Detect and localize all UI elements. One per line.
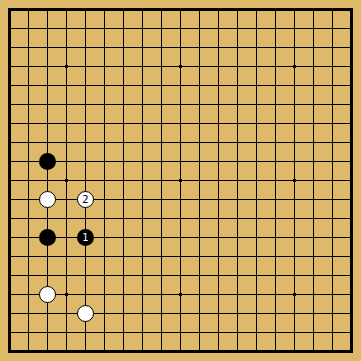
- stone-white-e3: [77, 305, 94, 322]
- stone-white-e9-move-2: 2: [77, 191, 94, 208]
- stone-black-e7-move-1: 1: [77, 229, 94, 246]
- stone-black-c7: [39, 229, 56, 246]
- go-board[interactable]: 21: [0, 0, 361, 361]
- stone-white-c4: [39, 286, 56, 303]
- stone-black-c11: [39, 153, 56, 170]
- go-diagram: 21: [0, 0, 361, 361]
- board-intersections[interactable]: 21: [0, 0, 361, 361]
- stone-white-c9: [39, 191, 56, 208]
